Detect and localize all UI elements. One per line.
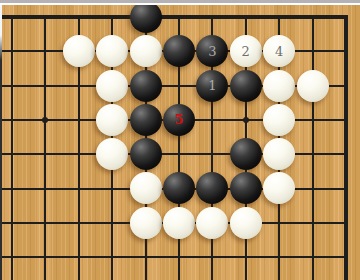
intersection-6-2[interactable]: 1 xyxy=(196,68,229,102)
intersection-8-4[interactable] xyxy=(262,137,295,171)
go-app-screenshot: 32415 xyxy=(0,0,360,280)
intersection-4-2[interactable] xyxy=(129,68,162,102)
black-stone: 5 xyxy=(163,104,195,136)
intersection-5-6[interactable] xyxy=(162,206,195,240)
intersection-4-3[interactable] xyxy=(129,103,162,137)
intersection-6-5[interactable] xyxy=(196,171,229,205)
white-stone xyxy=(130,172,162,204)
intersection-5-1[interactable] xyxy=(162,34,195,68)
intersection-7-5[interactable] xyxy=(229,171,262,205)
black-stone xyxy=(196,172,228,204)
intersection-4-4[interactable] xyxy=(129,137,162,171)
intersection-3-4[interactable] xyxy=(95,137,128,171)
white-stone xyxy=(96,104,128,136)
white-stone xyxy=(263,70,295,102)
move-number-label: 1 xyxy=(208,79,216,92)
black-stone xyxy=(230,172,262,204)
black-stone: 1 xyxy=(196,70,228,102)
black-stone xyxy=(130,104,162,136)
white-stone xyxy=(230,207,262,239)
white-stone: 2 xyxy=(230,35,262,67)
intersection-6-6[interactable] xyxy=(196,206,229,240)
intersection-4-1[interactable] xyxy=(129,34,162,68)
intersection-2-1[interactable] xyxy=(62,34,95,68)
white-stone xyxy=(263,138,295,170)
white-stone xyxy=(163,207,195,239)
intersection-8-1[interactable]: 4 xyxy=(262,34,295,68)
intersection-7-6[interactable] xyxy=(229,206,262,240)
intersection-7-4[interactable] xyxy=(229,137,262,171)
black-stone xyxy=(230,138,262,170)
intersection-5-3[interactable]: 5 xyxy=(162,103,195,137)
black-stone xyxy=(163,172,195,204)
white-stone xyxy=(96,138,128,170)
intersection-6-1[interactable]: 3 xyxy=(196,34,229,68)
move-number-label: 4 xyxy=(275,44,283,57)
intersection-8-3[interactable] xyxy=(262,103,295,137)
intersection-5-5[interactable] xyxy=(162,171,195,205)
intersection-7-1[interactable]: 2 xyxy=(229,34,262,68)
intersection-7-2[interactable] xyxy=(229,68,262,102)
intersection-4-5[interactable] xyxy=(129,171,162,205)
white-stone xyxy=(130,207,162,239)
intersection-3-2[interactable] xyxy=(95,68,128,102)
intersection-4-0[interactable] xyxy=(129,0,162,34)
white-stone: 4 xyxy=(263,35,295,67)
white-stone xyxy=(297,70,329,102)
move-number-label: 2 xyxy=(242,44,250,57)
move-number-label: 3 xyxy=(208,44,216,57)
black-stone xyxy=(163,35,195,67)
intersection-8-5[interactable] xyxy=(262,171,295,205)
stone-grid[interactable]: 32415 xyxy=(0,0,360,274)
white-stone xyxy=(96,70,128,102)
white-stone xyxy=(263,104,295,136)
white-stone xyxy=(96,35,128,67)
white-stone xyxy=(263,172,295,204)
white-stone xyxy=(63,35,95,67)
window-top-bar-highlight xyxy=(0,3,360,5)
move-number-label: 5 xyxy=(174,113,183,126)
intersection-8-2[interactable] xyxy=(262,68,295,102)
black-stone xyxy=(130,70,162,102)
black-stone xyxy=(230,70,262,102)
intersection-4-6[interactable] xyxy=(129,206,162,240)
black-stone xyxy=(130,1,162,33)
intersection-3-3[interactable] xyxy=(95,103,128,137)
left-edge-artifact xyxy=(0,5,2,280)
intersection-3-1[interactable] xyxy=(95,34,128,68)
white-stone xyxy=(130,35,162,67)
intersection-9-2[interactable] xyxy=(296,68,329,102)
white-stone xyxy=(196,207,228,239)
black-stone xyxy=(130,138,162,170)
black-stone: 3 xyxy=(196,35,228,67)
